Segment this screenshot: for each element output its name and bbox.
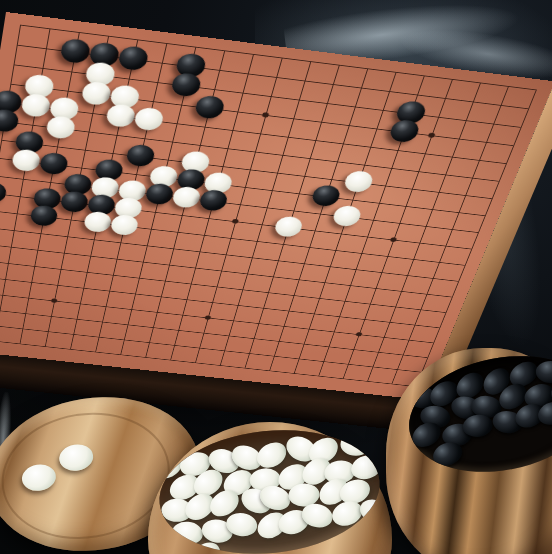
- star-point: [428, 132, 436, 138]
- black-stone: [170, 72, 203, 98]
- black-stone: [39, 151, 70, 175]
- black-stone-bowl: [386, 348, 552, 554]
- black-stone: [144, 182, 175, 205]
- bowl-white-stone: [349, 452, 385, 483]
- white-stone: [109, 214, 139, 237]
- star-point: [204, 315, 211, 320]
- black-stone: [125, 143, 157, 167]
- star-point: [262, 112, 270, 118]
- white-stone: [20, 93, 51, 118]
- scene: [0, 0, 552, 554]
- white-stone: [45, 115, 76, 140]
- black-stone: [387, 119, 421, 144]
- white-stone: [133, 106, 165, 131]
- black-stone: [117, 45, 150, 72]
- white-stone-bowl: [148, 422, 392, 554]
- black-stone: [59, 190, 89, 213]
- star-point: [390, 237, 398, 242]
- white-stone: [342, 170, 375, 194]
- white-stone: [80, 80, 112, 106]
- star-point: [232, 219, 239, 224]
- black-stone: [193, 94, 226, 119]
- star-point: [51, 298, 58, 303]
- grid-line-horizontal: [0, 227, 458, 282]
- white-stone: [11, 148, 42, 172]
- black-stone: [310, 184, 342, 207]
- black-stone: [29, 204, 59, 227]
- white-stone: [83, 210, 113, 233]
- black-stone: [59, 38, 92, 65]
- white-stone: [273, 215, 305, 238]
- go-board: [0, 12, 552, 400]
- bowl-black-stone: [536, 361, 552, 383]
- black-stone: [198, 189, 229, 212]
- white-stone: [105, 103, 137, 128]
- black-stone: [0, 108, 20, 133]
- white-stone: [331, 204, 363, 227]
- white-stone: [171, 185, 202, 208]
- bowl-white-stone: [340, 432, 371, 456]
- black-stone: [0, 181, 8, 204]
- star-point: [355, 332, 362, 337]
